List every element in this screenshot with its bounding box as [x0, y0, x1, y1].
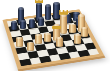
board-grid	[7, 12, 99, 66]
gold-crown-icon	[35, 0, 44, 3]
chess-set-photo	[0, 0, 110, 71]
chess-board	[2, 9, 104, 69]
square-h1	[87, 48, 99, 55]
